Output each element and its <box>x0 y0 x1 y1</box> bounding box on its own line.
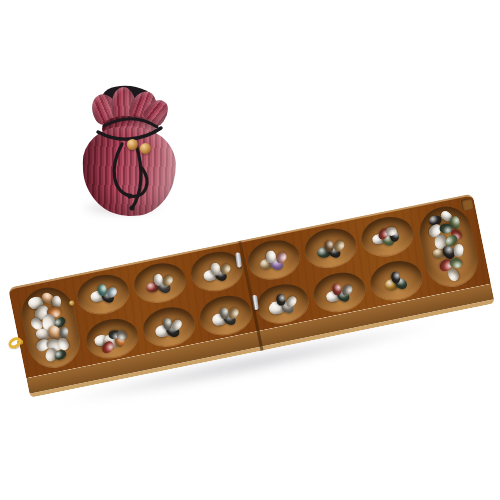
pit-bottom-6[interactable] <box>367 256 426 304</box>
latch-pin-icon <box>69 300 75 306</box>
brass-bell-icon <box>140 143 151 154</box>
drawstring-cord <box>78 86 178 220</box>
pit-bottom-2[interactable] <box>140 302 199 350</box>
pit-bottom-4[interactable] <box>253 279 312 327</box>
latch-notch <box>461 198 474 211</box>
pit-bottom-1[interactable] <box>83 314 142 362</box>
pit-top-4[interactable] <box>244 235 303 283</box>
pit-top-6[interactable] <box>358 212 417 260</box>
product-photo-scene <box>0 0 500 500</box>
gem-stone <box>453 244 465 258</box>
pit-top-2[interactable] <box>131 258 190 306</box>
pit-top-1[interactable] <box>74 270 133 318</box>
store-pit-right <box>415 202 482 291</box>
drawstring-bag <box>78 86 178 220</box>
store-pit-left <box>17 283 84 372</box>
pit-bottom-3[interactable] <box>196 291 255 339</box>
brass-bell-icon <box>127 139 138 150</box>
pit-top-5[interactable] <box>301 224 360 272</box>
gem-stone <box>324 239 334 252</box>
pit-bottom-5[interactable] <box>310 268 369 316</box>
